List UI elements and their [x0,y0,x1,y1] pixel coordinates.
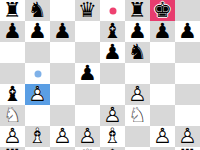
square-g2[interactable]: ♟♙ [150,126,175,147]
square-f6[interactable]: ♞ [125,42,150,63]
square-d4[interactable] [75,84,100,105]
square-a8[interactable]: ♜ [0,0,25,21]
square-h3[interactable] [175,105,200,126]
black-queen[interactable]: ♛ [78,0,97,21]
white-queen[interactable]: ♛♕ [78,147,97,150]
square-d1[interactable]: ♛♕ [75,147,100,150]
black-pawn[interactable]: ♟ [3,21,22,42]
piece-outline: ♖ [3,147,22,150]
square-f3[interactable]: ♞♘ [125,105,150,126]
black-bishop[interactable]: ♝ [3,84,22,105]
square-a3[interactable]: ♞♘ [0,105,25,126]
black-rook[interactable]: ♜ [3,0,22,21]
square-a6[interactable] [0,42,25,63]
piece-outline: ♖ [178,147,197,150]
piece-outline: ♙ [103,105,122,126]
square-g5[interactable] [150,63,175,84]
white-pawn[interactable]: ♟♙ [128,84,147,105]
piece-outline: ♘ [128,105,147,126]
piece-outline: ♙ [178,126,197,147]
piece-outline: ♙ [53,126,72,147]
square-b4[interactable]: ♟♙ [25,84,50,105]
square-g7[interactable]: ♟ [150,21,175,42]
white-knight[interactable]: ♞♘ [3,105,22,126]
square-f1[interactable] [125,147,150,150]
square-c5[interactable] [50,63,75,84]
square-c2[interactable]: ♟♙ [50,126,75,147]
white-pawn[interactable]: ♟♙ [153,126,172,147]
square-b5[interactable] [25,63,50,84]
piece-outline: ♗ [28,126,47,147]
square-a2[interactable]: ♟♙ [0,126,25,147]
square-f5[interactable] [125,63,150,84]
square-a7[interactable]: ♟ [0,21,25,42]
square-e3[interactable]: ♟♙ [100,105,125,126]
square-g6[interactable] [150,42,175,63]
piece-outline: ♙ [78,126,97,147]
white-pawn[interactable]: ♟♙ [28,84,47,105]
piece-outline: ♘ [3,105,22,126]
black-pawn[interactable]: ♟ [103,42,122,63]
piece-outline: ♔ [103,147,122,150]
chess-board: ♜♞♛♜♚♟♟♟♝♟♟♟♟♞♟♝♟♙♟♙♞♘♟♙♞♘♟♙♝♗♟♙♟♙♝♗♟♙♟♙… [0,0,200,150]
square-h4[interactable] [175,84,200,105]
white-bishop[interactable]: ♝♗ [103,126,122,147]
square-e4[interactable] [100,84,125,105]
black-rook[interactable]: ♜ [128,0,147,21]
square-c8[interactable] [50,0,75,21]
white-pawn[interactable]: ♟♙ [103,105,122,126]
square-c6[interactable] [50,42,75,63]
square-a5[interactable] [0,63,25,84]
piece-outline: ♗ [103,126,122,147]
square-f7[interactable]: ♟ [125,21,150,42]
white-pawn[interactable]: ♟♙ [53,126,72,147]
square-e7[interactable]: ♝ [100,21,125,42]
white-bishop[interactable]: ♝♗ [28,126,47,147]
piece-outline: ♕ [78,147,97,150]
square-b3[interactable] [25,105,50,126]
square-b7[interactable]: ♟ [25,21,50,42]
black-pawn[interactable]: ♟ [178,21,197,42]
piece-outline: ♙ [3,126,22,147]
square-f2[interactable] [125,126,150,147]
square-e8[interactable] [100,0,125,21]
square-g8[interactable]: ♚ [150,0,175,21]
threat-dot [109,7,116,14]
legal-move-dot[interactable] [34,70,41,77]
square-a4[interactable]: ♝ [0,84,25,105]
black-knight[interactable]: ♞ [28,0,47,21]
piece-outline: ♙ [128,84,147,105]
square-c3[interactable] [50,105,75,126]
piece-outline: ♙ [153,126,172,147]
black-king[interactable]: ♚ [153,0,172,21]
square-d8[interactable]: ♛ [75,0,100,21]
black-pawn[interactable]: ♟ [28,21,47,42]
white-pawn[interactable]: ♟♙ [178,126,197,147]
square-e2[interactable]: ♝♗ [100,126,125,147]
piece-outline: ♙ [28,84,47,105]
white-king[interactable]: ♚♔ [103,147,122,150]
square-f8[interactable]: ♜ [125,0,150,21]
square-d2[interactable]: ♟♙ [75,126,100,147]
square-e1[interactable]: ♚♔ [100,147,125,150]
black-knight[interactable]: ♞ [128,42,147,63]
square-b2[interactable]: ♝♗ [25,126,50,147]
square-h6[interactable] [175,42,200,63]
square-c4[interactable] [50,84,75,105]
square-h7[interactable]: ♟ [175,21,200,42]
black-pawn[interactable]: ♟ [78,63,97,84]
square-g4[interactable] [150,84,175,105]
black-bishop[interactable]: ♝ [103,21,122,42]
square-d7[interactable] [75,21,100,42]
square-h5[interactable] [175,63,200,84]
square-b6[interactable] [25,42,50,63]
square-e6[interactable]: ♟ [100,42,125,63]
square-e5[interactable] [100,63,125,84]
square-h2[interactable]: ♟♙ [175,126,200,147]
black-pawn[interactable]: ♟ [53,21,72,42]
white-pawn[interactable]: ♟♙ [78,126,97,147]
white-pawn[interactable]: ♟♙ [3,126,22,147]
square-g3[interactable] [150,105,175,126]
white-rook[interactable]: ♜♖ [178,147,197,150]
square-b8[interactable]: ♞ [25,0,50,21]
square-d3[interactable] [75,105,100,126]
white-knight[interactable]: ♞♘ [128,105,147,126]
square-d6[interactable] [75,42,100,63]
square-f4[interactable]: ♟♙ [125,84,150,105]
white-rook[interactable]: ♜♖ [3,147,22,150]
square-h1[interactable]: ♜♖ [175,147,200,150]
square-h8[interactable] [175,0,200,21]
black-pawn[interactable]: ♟ [153,21,172,42]
black-pawn[interactable]: ♟ [128,21,147,42]
square-d5[interactable]: ♟ [75,63,100,84]
square-c7[interactable]: ♟ [50,21,75,42]
square-a1[interactable]: ♜♖ [0,147,25,150]
